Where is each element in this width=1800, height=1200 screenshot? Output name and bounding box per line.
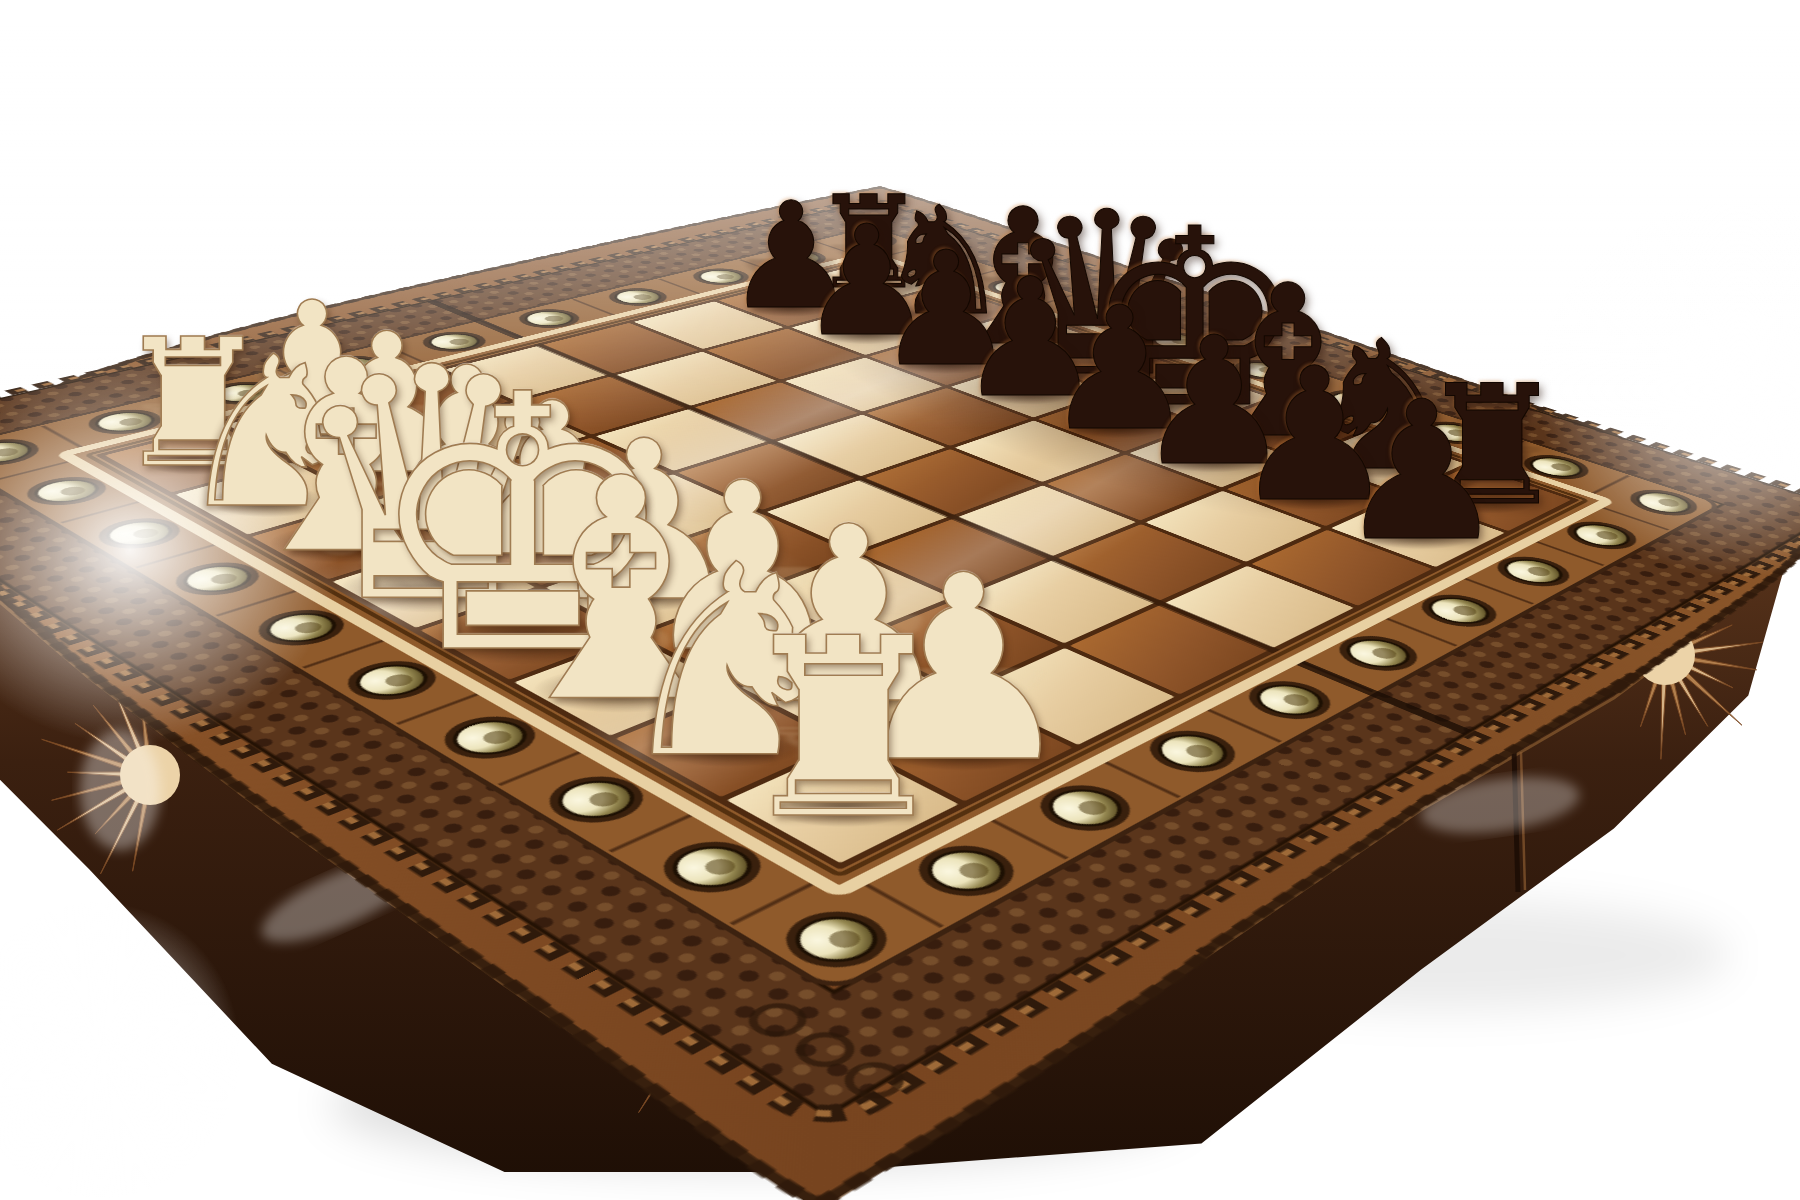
piece-black-pawn-h7[interactable]: ♟ [1336,386,1508,558]
piece-white-rook-h1[interactable]: ♜ [732,617,954,840]
chess-set-photo: ♜♟♞♟♝♟♛♟♚♟♝♟♟♜♞♟♟♜♞♟♟♝♟♛♟♚♟♝♟♞♟♜ ♜♟♞♟♝♟♛… [0,0,1800,1200]
